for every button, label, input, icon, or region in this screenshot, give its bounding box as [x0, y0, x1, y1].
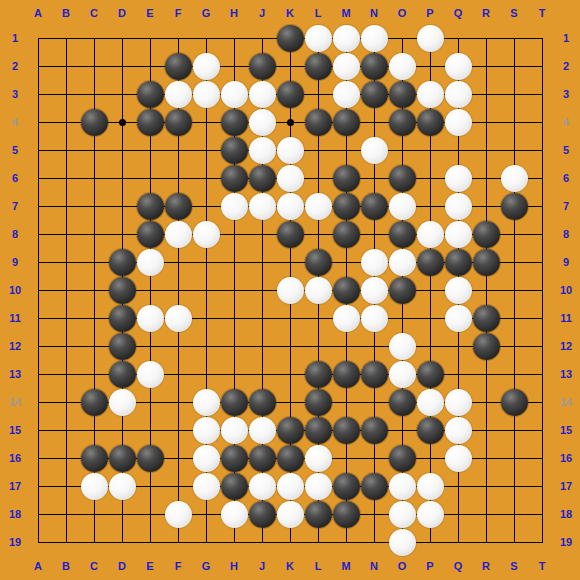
- column-label-N: N: [360, 6, 388, 20]
- black-stone-O16: [389, 445, 416, 472]
- black-stone-M7: [333, 193, 360, 220]
- black-stone-P9: [417, 249, 444, 276]
- white-stone-Q10: [445, 277, 472, 304]
- white-stone-G15: [193, 417, 220, 444]
- white-stone-M3: [333, 81, 360, 108]
- black-stone-J18: [249, 501, 276, 528]
- black-stone-N15: [361, 417, 388, 444]
- column-label-A: A: [24, 559, 52, 573]
- black-stone-H4: [221, 109, 248, 136]
- row-label-5: 5: [2, 143, 28, 157]
- row-label-6: 6: [553, 171, 579, 185]
- white-stone-F18: [165, 501, 192, 528]
- black-stone-E3: [137, 81, 164, 108]
- white-stone-O13: [389, 361, 416, 388]
- black-stone-C16: [81, 445, 108, 472]
- white-stone-Q2: [445, 53, 472, 80]
- white-stone-G16: [193, 445, 220, 472]
- white-stone-O19: [389, 529, 416, 556]
- black-stone-E7: [137, 193, 164, 220]
- white-stone-P18: [417, 501, 444, 528]
- black-stone-N17: [361, 473, 388, 500]
- row-label-10: 10: [553, 283, 579, 297]
- column-label-D: D: [108, 6, 136, 20]
- column-label-M: M: [332, 6, 360, 20]
- black-stone-F7: [165, 193, 192, 220]
- white-stone-M1: [333, 25, 360, 52]
- white-stone-E9: [137, 249, 164, 276]
- white-stone-Q14: [445, 389, 472, 416]
- column-label-F: F: [164, 559, 192, 573]
- column-label-J: J: [248, 559, 276, 573]
- black-stone-P4: [417, 109, 444, 136]
- black-stone-R9: [473, 249, 500, 276]
- black-stone-L15: [305, 417, 332, 444]
- column-label-A: A: [24, 6, 52, 20]
- black-stone-P15: [417, 417, 444, 444]
- white-stone-Q7: [445, 193, 472, 220]
- row-label-7: 7: [553, 199, 579, 213]
- row-label-14: 14: [2, 395, 28, 409]
- white-stone-K17: [277, 473, 304, 500]
- row-label-13: 13: [553, 367, 579, 381]
- row-label-7: 7: [2, 199, 28, 213]
- black-stone-N3: [361, 81, 388, 108]
- column-label-G: G: [192, 6, 220, 20]
- black-stone-N7: [361, 193, 388, 220]
- row-label-11: 11: [2, 311, 28, 325]
- black-stone-R8: [473, 221, 500, 248]
- black-stone-H6: [221, 165, 248, 192]
- white-stone-J4: [249, 109, 276, 136]
- white-stone-J5: [249, 137, 276, 164]
- black-stone-L4: [305, 109, 332, 136]
- row-label-1: 1: [2, 31, 28, 45]
- black-stone-D10: [109, 277, 136, 304]
- white-stone-P1: [417, 25, 444, 52]
- row-label-15: 15: [2, 423, 28, 437]
- row-label-4: 4: [553, 115, 579, 129]
- row-label-16: 16: [2, 451, 28, 465]
- white-stone-H7: [221, 193, 248, 220]
- white-stone-H3: [221, 81, 248, 108]
- black-stone-P13: [417, 361, 444, 388]
- column-label-Q: Q: [444, 559, 472, 573]
- white-stone-P3: [417, 81, 444, 108]
- white-stone-D17: [109, 473, 136, 500]
- black-stone-D12: [109, 333, 136, 360]
- column-label-H: H: [220, 559, 248, 573]
- column-label-S: S: [500, 6, 528, 20]
- column-label-C: C: [80, 559, 108, 573]
- white-stone-C17: [81, 473, 108, 500]
- black-stone-F2: [165, 53, 192, 80]
- white-stone-O18: [389, 501, 416, 528]
- white-stone-H18: [221, 501, 248, 528]
- black-stone-M18: [333, 501, 360, 528]
- white-stone-K18: [277, 501, 304, 528]
- column-label-P: P: [416, 6, 444, 20]
- row-label-3: 3: [2, 87, 28, 101]
- row-label-1: 1: [553, 31, 579, 45]
- black-stone-D13: [109, 361, 136, 388]
- column-label-B: B: [52, 6, 80, 20]
- white-stone-M11: [333, 305, 360, 332]
- black-stone-K15: [277, 417, 304, 444]
- black-stone-R11: [473, 305, 500, 332]
- black-stone-N13: [361, 361, 388, 388]
- black-stone-J2: [249, 53, 276, 80]
- black-stone-J16: [249, 445, 276, 472]
- column-label-H: H: [220, 6, 248, 20]
- black-stone-H16: [221, 445, 248, 472]
- white-stone-K7: [277, 193, 304, 220]
- black-stone-D9: [109, 249, 136, 276]
- white-stone-O2: [389, 53, 416, 80]
- row-label-2: 2: [553, 59, 579, 73]
- column-label-K: K: [276, 6, 304, 20]
- row-label-11: 11: [553, 311, 579, 325]
- column-label-J: J: [248, 6, 276, 20]
- black-stone-M13: [333, 361, 360, 388]
- white-stone-J3: [249, 81, 276, 108]
- column-label-G: G: [192, 559, 220, 573]
- white-stone-P14: [417, 389, 444, 416]
- row-label-8: 8: [553, 227, 579, 241]
- column-label-F: F: [164, 6, 192, 20]
- white-stone-L1: [305, 25, 332, 52]
- row-label-8: 8: [2, 227, 28, 241]
- black-stone-J6: [249, 165, 276, 192]
- column-label-R: R: [472, 559, 500, 573]
- white-stone-Q6: [445, 165, 472, 192]
- row-label-17: 17: [2, 479, 28, 493]
- row-label-18: 18: [553, 507, 579, 521]
- column-label-E: E: [136, 559, 164, 573]
- black-stone-F4: [165, 109, 192, 136]
- black-stone-J14: [249, 389, 276, 416]
- white-stone-J7: [249, 193, 276, 220]
- row-label-6: 6: [2, 171, 28, 185]
- black-stone-M4: [333, 109, 360, 136]
- white-stone-G17: [193, 473, 220, 500]
- white-stone-O7: [389, 193, 416, 220]
- black-stone-H17: [221, 473, 248, 500]
- white-stone-O17: [389, 473, 416, 500]
- black-stone-O6: [389, 165, 416, 192]
- row-label-10: 10: [2, 283, 28, 297]
- white-stone-G2: [193, 53, 220, 80]
- star-point-K4: [287, 119, 294, 126]
- star-point-D4: [119, 119, 126, 126]
- white-stone-Q15: [445, 417, 472, 444]
- column-label-M: M: [332, 559, 360, 573]
- white-stone-Q11: [445, 305, 472, 332]
- white-stone-G8: [193, 221, 220, 248]
- black-stone-L2: [305, 53, 332, 80]
- black-stone-K16: [277, 445, 304, 472]
- white-stone-F3: [165, 81, 192, 108]
- white-stone-N9: [361, 249, 388, 276]
- row-label-2: 2: [2, 59, 28, 73]
- black-stone-M8: [333, 221, 360, 248]
- row-label-12: 12: [553, 339, 579, 353]
- row-label-12: 12: [2, 339, 28, 353]
- white-stone-E11: [137, 305, 164, 332]
- column-label-T: T: [528, 6, 556, 20]
- black-stone-L9: [305, 249, 332, 276]
- column-label-E: E: [136, 6, 164, 20]
- black-stone-E16: [137, 445, 164, 472]
- white-stone-Q16: [445, 445, 472, 472]
- white-stone-K10: [277, 277, 304, 304]
- black-stone-K3: [277, 81, 304, 108]
- black-stone-L14: [305, 389, 332, 416]
- black-stone-M6: [333, 165, 360, 192]
- black-stone-L13: [305, 361, 332, 388]
- white-stone-L17: [305, 473, 332, 500]
- white-stone-G14: [193, 389, 220, 416]
- white-stone-N1: [361, 25, 388, 52]
- row-label-5: 5: [553, 143, 579, 157]
- white-stone-P8: [417, 221, 444, 248]
- column-label-P: P: [416, 559, 444, 573]
- white-stone-S6: [501, 165, 528, 192]
- column-label-D: D: [108, 559, 136, 573]
- white-stone-D14: [109, 389, 136, 416]
- black-stone-N2: [361, 53, 388, 80]
- black-stone-C4: [81, 109, 108, 136]
- column-label-Q: Q: [444, 6, 472, 20]
- white-stone-K5: [277, 137, 304, 164]
- white-stone-Q4: [445, 109, 472, 136]
- black-stone-O4: [389, 109, 416, 136]
- row-label-14: 14: [553, 395, 579, 409]
- white-stone-L16: [305, 445, 332, 472]
- row-label-13: 13: [2, 367, 28, 381]
- white-stone-Q3: [445, 81, 472, 108]
- white-stone-H15: [221, 417, 248, 444]
- white-stone-P17: [417, 473, 444, 500]
- white-stone-G3: [193, 81, 220, 108]
- black-stone-O10: [389, 277, 416, 304]
- black-stone-S14: [501, 389, 528, 416]
- row-label-17: 17: [553, 479, 579, 493]
- black-stone-Q9: [445, 249, 472, 276]
- white-stone-K6: [277, 165, 304, 192]
- row-label-16: 16: [553, 451, 579, 465]
- black-stone-R12: [473, 333, 500, 360]
- black-stone-O14: [389, 389, 416, 416]
- white-stone-F8: [165, 221, 192, 248]
- row-label-9: 9: [2, 255, 28, 269]
- column-label-R: R: [472, 6, 500, 20]
- black-stone-L18: [305, 501, 332, 528]
- row-label-9: 9: [553, 255, 579, 269]
- white-stone-N11: [361, 305, 388, 332]
- white-stone-Q8: [445, 221, 472, 248]
- black-stone-K8: [277, 221, 304, 248]
- white-stone-J15: [249, 417, 276, 444]
- white-stone-N5: [361, 137, 388, 164]
- row-label-18: 18: [2, 507, 28, 521]
- column-label-T: T: [528, 559, 556, 573]
- column-label-O: O: [388, 559, 416, 573]
- black-stone-K1: [277, 25, 304, 52]
- black-stone-E8: [137, 221, 164, 248]
- black-stone-M17: [333, 473, 360, 500]
- black-stone-H5: [221, 137, 248, 164]
- column-label-L: L: [304, 6, 332, 20]
- row-label-19: 19: [553, 535, 579, 549]
- black-stone-D16: [109, 445, 136, 472]
- column-label-C: C: [80, 6, 108, 20]
- black-stone-H14: [221, 389, 248, 416]
- go-board[interactable]: ABCDEFGHJKLMNOPQRST ABCDEFGHJKLMNOPQRST …: [0, 0, 580, 580]
- column-label-K: K: [276, 559, 304, 573]
- white-stone-L7: [305, 193, 332, 220]
- black-stone-O3: [389, 81, 416, 108]
- white-stone-O12: [389, 333, 416, 360]
- column-label-B: B: [52, 559, 80, 573]
- black-stone-D11: [109, 305, 136, 332]
- column-label-N: N: [360, 559, 388, 573]
- row-label-15: 15: [553, 423, 579, 437]
- column-label-O: O: [388, 6, 416, 20]
- white-stone-E13: [137, 361, 164, 388]
- row-label-19: 19: [2, 535, 28, 549]
- black-stone-E4: [137, 109, 164, 136]
- black-stone-O8: [389, 221, 416, 248]
- white-stone-F11: [165, 305, 192, 332]
- white-stone-J17: [249, 473, 276, 500]
- column-label-S: S: [500, 559, 528, 573]
- row-label-3: 3: [553, 87, 579, 101]
- white-stone-M2: [333, 53, 360, 80]
- black-stone-S7: [501, 193, 528, 220]
- white-stone-L10: [305, 277, 332, 304]
- white-stone-O9: [389, 249, 416, 276]
- white-stone-N10: [361, 277, 388, 304]
- column-label-L: L: [304, 559, 332, 573]
- row-label-4: 4: [2, 115, 28, 129]
- black-stone-M15: [333, 417, 360, 444]
- black-stone-C14: [81, 389, 108, 416]
- black-stone-M10: [333, 277, 360, 304]
